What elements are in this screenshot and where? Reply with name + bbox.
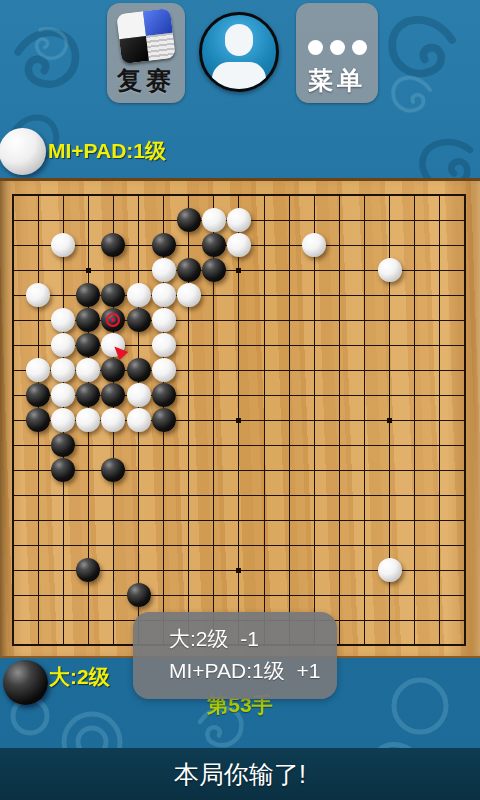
grid-line-v	[364, 194, 365, 646]
replay-button[interactable]: 复赛	[107, 3, 185, 103]
score-popup: 大:2级 -1 MI+PAD:1级 +1	[133, 612, 337, 699]
stone-black	[76, 558, 100, 582]
stone-white	[51, 233, 75, 257]
stone-black	[101, 233, 125, 257]
black-player-label: 大:2级	[49, 663, 110, 691]
stone-white	[127, 383, 151, 407]
white-player-stone-avatar	[0, 128, 46, 175]
stone-white	[152, 258, 176, 282]
star-point	[387, 418, 392, 423]
star-point	[236, 568, 241, 573]
stone-white	[76, 358, 100, 382]
grid-line-h	[12, 545, 466, 546]
stone-black	[127, 583, 151, 607]
stone-black	[202, 258, 226, 282]
stone-white	[51, 358, 75, 382]
stone-black	[152, 233, 176, 257]
stone-black	[76, 308, 100, 332]
grid-line-h	[12, 595, 466, 596]
stone-white	[51, 308, 75, 332]
grid-line-h	[12, 520, 466, 521]
avatar-head-icon	[225, 24, 253, 56]
grid-line-v	[339, 194, 340, 646]
stone-white	[76, 408, 100, 432]
grid-line-v	[464, 194, 466, 646]
stone-white	[51, 333, 75, 357]
stone-white	[378, 558, 402, 582]
score-popup-line-black: 大:2级 -1	[169, 625, 259, 653]
stone-black	[127, 308, 151, 332]
grid-line-v	[314, 194, 315, 646]
stone-white	[202, 208, 226, 232]
menu-button-label: 菜单	[296, 64, 378, 97]
checkerboard-icon	[116, 8, 176, 64]
stone-white	[177, 283, 201, 307]
grid-line-v	[264, 194, 265, 646]
grid-line-v	[289, 194, 290, 646]
stone-white	[51, 408, 75, 432]
stone-white	[152, 283, 176, 307]
stone-black	[51, 433, 75, 457]
circle-marker	[106, 313, 120, 327]
stone-white	[101, 333, 125, 357]
stone-black	[152, 408, 176, 432]
stone-black	[152, 383, 176, 407]
stone-white	[101, 408, 125, 432]
stone-black	[76, 383, 100, 407]
stone-black	[101, 283, 125, 307]
stone-white	[378, 258, 402, 282]
three-dots-icon	[296, 40, 378, 55]
stone-black	[101, 308, 125, 332]
star-point	[86, 268, 91, 273]
white-player-label: MI+PAD:1级	[48, 137, 166, 165]
stone-white	[152, 358, 176, 382]
star-point	[236, 268, 241, 273]
grid-line-v	[439, 194, 440, 646]
stone-white	[127, 283, 151, 307]
avatar[interactable]	[199, 12, 279, 92]
stone-black	[177, 258, 201, 282]
stone-black	[101, 383, 125, 407]
stone-white	[227, 208, 251, 232]
stone-black	[26, 383, 50, 407]
stone-white	[227, 233, 251, 257]
stone-white	[152, 308, 176, 332]
stone-black	[101, 458, 125, 482]
grid-line-h	[12, 495, 466, 496]
stone-black	[127, 358, 151, 382]
result-text: 本局你输了!	[0, 748, 480, 800]
stone-black	[26, 408, 50, 432]
menu-button[interactable]: 菜单	[296, 3, 378, 103]
grid-line-v	[414, 194, 415, 646]
stone-black	[202, 233, 226, 257]
grid-line-h	[12, 445, 466, 446]
grid-line-h	[12, 470, 466, 471]
stone-black	[76, 333, 100, 357]
go-board[interactable]	[0, 178, 480, 658]
avatar-body-icon	[212, 62, 266, 92]
stone-white	[152, 333, 176, 357]
star-point	[236, 418, 241, 423]
score-popup-line-white: MI+PAD:1级 +1	[169, 657, 320, 685]
stone-white	[302, 233, 326, 257]
stone-black	[177, 208, 201, 232]
result-bar: 本局你输了!	[0, 748, 480, 800]
stone-white	[51, 383, 75, 407]
stone-black	[76, 283, 100, 307]
go-board-grid	[0, 181, 480, 656]
stone-black	[101, 358, 125, 382]
stone-white	[26, 358, 50, 382]
stone-black	[51, 458, 75, 482]
replay-button-label: 复赛	[107, 64, 185, 97]
stone-white	[26, 283, 50, 307]
stone-white	[127, 408, 151, 432]
